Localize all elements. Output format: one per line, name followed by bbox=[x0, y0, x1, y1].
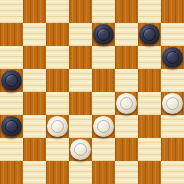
white-man-h4[interactable] bbox=[162, 93, 183, 114]
square-c6[interactable] bbox=[46, 46, 69, 69]
square-e3[interactable] bbox=[92, 115, 115, 138]
square-h1[interactable] bbox=[161, 161, 184, 184]
square-c5[interactable] bbox=[46, 69, 69, 92]
square-h8[interactable] bbox=[161, 0, 184, 23]
square-b7[interactable] bbox=[23, 23, 46, 46]
square-h5[interactable] bbox=[161, 69, 184, 92]
square-b4[interactable] bbox=[23, 92, 46, 115]
square-a3[interactable] bbox=[0, 115, 23, 138]
square-g7[interactable] bbox=[138, 23, 161, 46]
square-e8[interactable] bbox=[92, 0, 115, 23]
square-b8[interactable] bbox=[23, 0, 46, 23]
square-f3[interactable] bbox=[115, 115, 138, 138]
checkers-app bbox=[0, 0, 184, 184]
square-c7[interactable] bbox=[46, 23, 69, 46]
square-e5[interactable] bbox=[92, 69, 115, 92]
square-b3[interactable] bbox=[23, 115, 46, 138]
square-g5[interactable] bbox=[138, 69, 161, 92]
white-man-f4[interactable] bbox=[116, 93, 137, 114]
square-a5[interactable] bbox=[0, 69, 23, 92]
square-e6[interactable] bbox=[92, 46, 115, 69]
square-h3[interactable] bbox=[161, 115, 184, 138]
black-man-h6[interactable] bbox=[162, 47, 183, 68]
square-c8[interactable] bbox=[46, 0, 69, 23]
square-f7[interactable] bbox=[115, 23, 138, 46]
square-d2[interactable] bbox=[69, 138, 92, 161]
black-man-e7[interactable] bbox=[93, 24, 114, 45]
square-h7[interactable] bbox=[161, 23, 184, 46]
square-d7[interactable] bbox=[69, 23, 92, 46]
square-h4[interactable] bbox=[161, 92, 184, 115]
square-e4[interactable] bbox=[92, 92, 115, 115]
square-b5[interactable] bbox=[23, 69, 46, 92]
square-a6[interactable] bbox=[0, 46, 23, 69]
square-c4[interactable] bbox=[46, 92, 69, 115]
black-man-g7[interactable] bbox=[139, 24, 160, 45]
square-f1[interactable] bbox=[115, 161, 138, 184]
white-man-c3[interactable] bbox=[47, 116, 68, 137]
white-man-d2[interactable] bbox=[70, 139, 91, 160]
square-e7[interactable] bbox=[92, 23, 115, 46]
square-a8[interactable] bbox=[0, 0, 23, 23]
square-h2[interactable] bbox=[161, 138, 184, 161]
square-g6[interactable] bbox=[138, 46, 161, 69]
square-b6[interactable] bbox=[23, 46, 46, 69]
square-g4[interactable] bbox=[138, 92, 161, 115]
square-g8[interactable] bbox=[138, 0, 161, 23]
square-a1[interactable] bbox=[0, 161, 23, 184]
square-f8[interactable] bbox=[115, 0, 138, 23]
square-a4[interactable] bbox=[0, 92, 23, 115]
square-a2[interactable] bbox=[0, 138, 23, 161]
checkers-board bbox=[0, 0, 184, 184]
square-f2[interactable] bbox=[115, 138, 138, 161]
square-h6[interactable] bbox=[161, 46, 184, 69]
square-e2[interactable] bbox=[92, 138, 115, 161]
square-d1[interactable] bbox=[69, 161, 92, 184]
square-g1[interactable] bbox=[138, 161, 161, 184]
square-d6[interactable] bbox=[69, 46, 92, 69]
square-d4[interactable] bbox=[69, 92, 92, 115]
square-f5[interactable] bbox=[115, 69, 138, 92]
square-c3[interactable] bbox=[46, 115, 69, 138]
square-g2[interactable] bbox=[138, 138, 161, 161]
square-e1[interactable] bbox=[92, 161, 115, 184]
square-d3[interactable] bbox=[69, 115, 92, 138]
white-man-e3[interactable] bbox=[93, 116, 114, 137]
square-b1[interactable] bbox=[23, 161, 46, 184]
square-d5[interactable] bbox=[69, 69, 92, 92]
square-b2[interactable] bbox=[23, 138, 46, 161]
black-man-a5[interactable] bbox=[1, 70, 22, 91]
square-f6[interactable] bbox=[115, 46, 138, 69]
square-a7[interactable] bbox=[0, 23, 23, 46]
black-man-a3[interactable] bbox=[1, 116, 22, 137]
square-c2[interactable] bbox=[46, 138, 69, 161]
square-c1[interactable] bbox=[46, 161, 69, 184]
square-f4[interactable] bbox=[115, 92, 138, 115]
square-d8[interactable] bbox=[69, 0, 92, 23]
square-g3[interactable] bbox=[138, 115, 161, 138]
